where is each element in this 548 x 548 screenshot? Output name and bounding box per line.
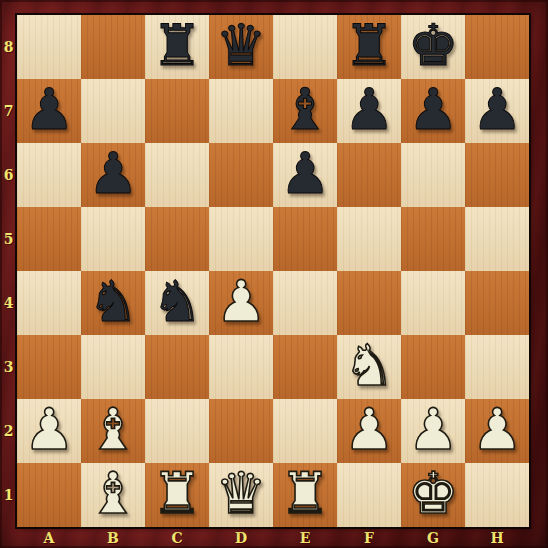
- piece-black-pawn[interactable]: ♟: [23, 77, 74, 141]
- square-b1[interactable]: ♝: [81, 463, 145, 527]
- rank-label-2: 2: [0, 399, 17, 463]
- square-h8[interactable]: [465, 15, 529, 79]
- rank-label-8: 8: [0, 15, 17, 79]
- square-e1[interactable]: ♜: [273, 463, 337, 527]
- square-d6[interactable]: [209, 143, 273, 207]
- square-a3[interactable]: [17, 335, 81, 399]
- piece-black-knight[interactable]: ♞: [87, 269, 138, 333]
- square-b7[interactable]: [81, 79, 145, 143]
- rank-label-7: 7: [0, 79, 17, 143]
- square-h7[interactable]: ♟: [465, 79, 529, 143]
- square-b6[interactable]: ♟: [81, 143, 145, 207]
- square-c7[interactable]: [145, 79, 209, 143]
- piece-black-rook[interactable]: ♜: [343, 13, 394, 77]
- file-label-a: A: [17, 527, 81, 548]
- square-h6[interactable]: [465, 143, 529, 207]
- piece-black-pawn[interactable]: ♟: [87, 141, 138, 205]
- square-g2[interactable]: ♟: [401, 399, 465, 463]
- square-c8[interactable]: ♜: [145, 15, 209, 79]
- square-h2[interactable]: ♟: [465, 399, 529, 463]
- square-e3[interactable]: [273, 335, 337, 399]
- square-d5[interactable]: [209, 207, 273, 271]
- square-c3[interactable]: [145, 335, 209, 399]
- piece-black-rook[interactable]: ♜: [151, 13, 202, 77]
- rank-label-3: 3: [0, 335, 17, 399]
- rank-label-4: 4: [0, 271, 17, 335]
- piece-black-pawn[interactable]: ♟: [343, 77, 394, 141]
- square-f2[interactable]: ♟: [337, 399, 401, 463]
- square-e8[interactable]: [273, 15, 337, 79]
- chessboard-frame: 87654321 ABCDEFGH ♜♛♜♚♟♝♟♟♟♟♟♞♞♟♞♟♝♟♟♟♝♜…: [0, 0, 548, 548]
- piece-white-pawn[interactable]: ♟: [407, 397, 458, 461]
- square-g3[interactable]: [401, 335, 465, 399]
- piece-white-rook[interactable]: ♜: [151, 461, 202, 525]
- square-d7[interactable]: [209, 79, 273, 143]
- square-d1[interactable]: ♛: [209, 463, 273, 527]
- square-f5[interactable]: [337, 207, 401, 271]
- square-b4[interactable]: ♞: [81, 271, 145, 335]
- square-h4[interactable]: [465, 271, 529, 335]
- piece-white-pawn[interactable]: ♟: [23, 397, 74, 461]
- square-d4[interactable]: ♟: [209, 271, 273, 335]
- piece-white-pawn[interactable]: ♟: [215, 269, 266, 333]
- square-a5[interactable]: [17, 207, 81, 271]
- square-d8[interactable]: ♛: [209, 15, 273, 79]
- rank-labels: 87654321: [0, 15, 17, 527]
- square-c5[interactable]: [145, 207, 209, 271]
- square-g8[interactable]: ♚: [401, 15, 465, 79]
- piece-black-bishop[interactable]: ♝: [279, 77, 330, 141]
- square-a4[interactable]: [17, 271, 81, 335]
- piece-white-rook[interactable]: ♜: [279, 461, 330, 525]
- piece-white-pawn[interactable]: ♟: [343, 397, 394, 461]
- piece-black-king[interactable]: ♚: [407, 13, 458, 77]
- square-h3[interactable]: [465, 335, 529, 399]
- file-label-e: E: [273, 527, 337, 548]
- square-a6[interactable]: [17, 143, 81, 207]
- square-a1[interactable]: [17, 463, 81, 527]
- square-a8[interactable]: [17, 15, 81, 79]
- square-e6[interactable]: ♟: [273, 143, 337, 207]
- square-d2[interactable]: [209, 399, 273, 463]
- square-f8[interactable]: ♜: [337, 15, 401, 79]
- file-label-d: D: [209, 527, 273, 548]
- piece-white-queen[interactable]: ♛: [215, 461, 266, 525]
- rank-label-1: 1: [0, 463, 17, 527]
- square-f4[interactable]: [337, 271, 401, 335]
- square-b2[interactable]: ♝: [81, 399, 145, 463]
- file-labels: ABCDEFGH: [17, 527, 529, 548]
- file-label-c: C: [145, 527, 209, 548]
- square-e2[interactable]: [273, 399, 337, 463]
- square-f6[interactable]: [337, 143, 401, 207]
- piece-black-pawn[interactable]: ♟: [407, 77, 458, 141]
- square-g4[interactable]: [401, 271, 465, 335]
- piece-black-pawn[interactable]: ♟: [279, 141, 330, 205]
- square-a7[interactable]: ♟: [17, 79, 81, 143]
- square-e5[interactable]: [273, 207, 337, 271]
- file-label-b: B: [81, 527, 145, 548]
- file-label-f: F: [337, 527, 401, 548]
- square-c2[interactable]: [145, 399, 209, 463]
- square-a2[interactable]: ♟: [17, 399, 81, 463]
- piece-white-pawn[interactable]: ♟: [471, 397, 522, 461]
- chessboard: ♜♛♜♚♟♝♟♟♟♟♟♞♞♟♞♟♝♟♟♟♝♜♛♜♚: [17, 15, 529, 527]
- square-g7[interactable]: ♟: [401, 79, 465, 143]
- piece-white-knight[interactable]: ♞: [343, 333, 394, 397]
- rank-label-6: 6: [0, 143, 17, 207]
- piece-black-queen[interactable]: ♛: [215, 13, 266, 77]
- square-c1[interactable]: ♜: [145, 463, 209, 527]
- square-d3[interactable]: [209, 335, 273, 399]
- rank-label-5: 5: [0, 207, 17, 271]
- square-h5[interactable]: [465, 207, 529, 271]
- square-b3[interactable]: [81, 335, 145, 399]
- square-e7[interactable]: ♝: [273, 79, 337, 143]
- square-f7[interactable]: ♟: [337, 79, 401, 143]
- square-f3[interactable]: ♞: [337, 335, 401, 399]
- square-e4[interactable]: [273, 271, 337, 335]
- square-g6[interactable]: [401, 143, 465, 207]
- square-b5[interactable]: [81, 207, 145, 271]
- piece-white-king[interactable]: ♚: [407, 461, 458, 525]
- square-g5[interactable]: [401, 207, 465, 271]
- piece-white-bishop[interactable]: ♝: [87, 461, 138, 525]
- file-label-h: H: [465, 527, 529, 548]
- square-b8[interactable]: [81, 15, 145, 79]
- file-label-g: G: [401, 527, 465, 548]
- square-c6[interactable]: [145, 143, 209, 207]
- piece-white-bishop[interactable]: ♝: [87, 397, 138, 461]
- square-c4[interactable]: ♞: [145, 271, 209, 335]
- square-f1[interactable]: [337, 463, 401, 527]
- square-h1[interactable]: [465, 463, 529, 527]
- square-g1[interactable]: ♚: [401, 463, 465, 527]
- piece-black-knight[interactable]: ♞: [151, 269, 202, 333]
- piece-black-pawn[interactable]: ♟: [471, 77, 522, 141]
